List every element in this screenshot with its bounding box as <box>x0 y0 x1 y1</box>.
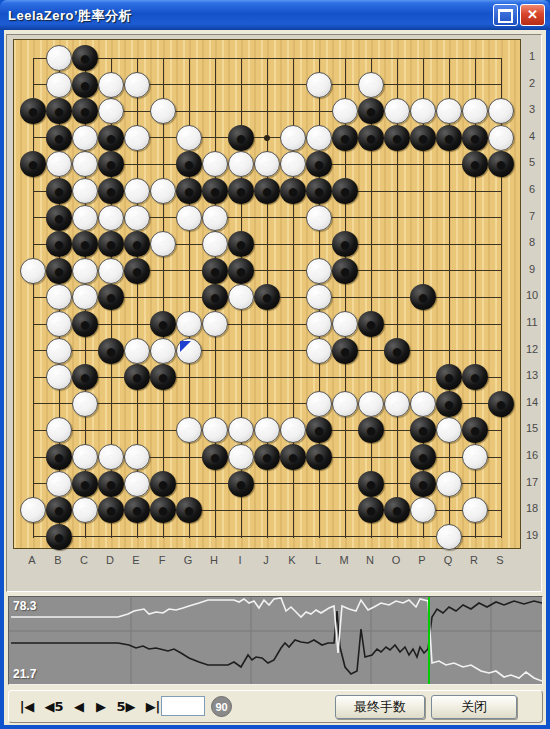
white-stone-H15: ○ <box>202 417 228 443</box>
final-moves-button[interactable]: 最终手数 <box>335 695 425 719</box>
white-stone-L14: ○ <box>306 391 332 417</box>
black-stone-R15: ● <box>462 417 488 443</box>
black-stone-L16: ● <box>306 444 332 470</box>
close-button[interactable]: ✕ <box>520 4 545 26</box>
col-label-A: A <box>22 554 42 566</box>
white-stone-P14: ○ <box>410 391 436 417</box>
white-stone-D7: ○ <box>98 205 124 231</box>
white-stone-B17: ○ <box>46 471 72 497</box>
grid-vline <box>163 58 164 538</box>
row-label-17: 17 <box>524 476 540 488</box>
black-stone-P10: ● <box>410 284 436 310</box>
black-stone-Q14: ● <box>436 391 462 417</box>
white-stone-N2: ○ <box>358 72 384 98</box>
white-stone-C14: ○ <box>72 391 98 417</box>
maximize-button[interactable] <box>493 4 518 26</box>
col-label-S: S <box>490 554 510 566</box>
black-stone-A3: ● <box>20 98 46 124</box>
white-stone-L7: ○ <box>306 205 332 231</box>
white-stone-L11: ○ <box>306 311 332 337</box>
white-stone-L12: ○ <box>306 338 332 364</box>
winrate-graph[interactable]: 78.3 21.7 <box>8 596 543 685</box>
black-stone-L5: ● <box>306 151 332 177</box>
move-number-input[interactable] <box>161 696 205 716</box>
black-stone-D5: ● <box>98 151 124 177</box>
row-label-15: 15 <box>524 422 540 434</box>
white-stone-R3: ○ <box>462 98 488 124</box>
nav-last-button[interactable]: ▶| <box>143 696 163 717</box>
col-label-F: F <box>152 554 172 566</box>
black-stone-F11: ● <box>150 311 176 337</box>
row-label-7: 7 <box>524 210 540 222</box>
white-stone-I10: ○ <box>228 284 254 310</box>
black-stone-D12: ● <box>98 338 124 364</box>
white-stone-E17: ○ <box>124 471 150 497</box>
black-stone-I8: ● <box>228 231 254 257</box>
black-stone-B3: ● <box>46 98 72 124</box>
black-stone-I17: ● <box>228 471 254 497</box>
move-count-badge: 90 <box>211 696 232 717</box>
black-stone-D18: ● <box>98 497 124 523</box>
black-stone-K16: ● <box>280 444 306 470</box>
white-stone-P3: ○ <box>410 98 436 124</box>
white-stone-I5: ○ <box>228 151 254 177</box>
col-label-G: G <box>178 554 198 566</box>
go-board[interactable]: ○●○●○○○○●●●○○○●○○○○○●○●○○●○○●●●●●●○●○○●●… <box>13 39 521 549</box>
star-point <box>264 135 270 141</box>
white-stone-M3: ○ <box>332 98 358 124</box>
black-stone-M12: ● <box>332 338 358 364</box>
white-stone-B1: ○ <box>46 45 72 71</box>
black-stone-C17: ● <box>72 471 98 497</box>
white-stone-H5: ○ <box>202 151 228 177</box>
black-stone-K6: ● <box>280 178 306 204</box>
white-stone-M14: ○ <box>332 391 358 417</box>
black-stone-N3: ● <box>358 98 384 124</box>
white-stone-B11: ○ <box>46 311 72 337</box>
white-stone-R18: ○ <box>462 497 488 523</box>
white-stone-C5: ○ <box>72 151 98 177</box>
black-stone-M6: ● <box>332 178 358 204</box>
white-stone-E6: ○ <box>124 178 150 204</box>
dialog-content: ○●○●○○○○●●●○○○●○○○○○●○●○○●○○●●●●●●○●○○●●… <box>4 30 546 725</box>
white-stone-S3: ○ <box>488 98 514 124</box>
black-stone-G5: ● <box>176 151 202 177</box>
col-label-D: D <box>100 554 120 566</box>
white-stone-E4: ○ <box>124 125 150 151</box>
black-stone-H6: ● <box>202 178 228 204</box>
grid-hline <box>33 377 502 378</box>
black-stone-J6: ● <box>254 178 280 204</box>
black-stone-B9: ● <box>46 258 72 284</box>
white-stone-L9: ○ <box>306 258 332 284</box>
white-stone-F6: ○ <box>150 178 176 204</box>
white-stone-O14: ○ <box>384 391 410 417</box>
col-label-K: K <box>282 554 302 566</box>
black-stone-B19: ● <box>46 524 72 550</box>
col-label-P: P <box>412 554 432 566</box>
white-stone-J15: ○ <box>254 417 280 443</box>
white-stone-B5: ○ <box>46 151 72 177</box>
black-stone-G18: ● <box>176 497 202 523</box>
white-stone-B13: ○ <box>46 364 72 390</box>
close-dialog-button[interactable]: 关闭 <box>431 695 517 719</box>
row-label-1: 1 <box>524 50 540 62</box>
black-stone-B4: ● <box>46 125 72 151</box>
white-stone-F12: ○ <box>150 338 176 364</box>
row-label-8: 8 <box>524 236 540 248</box>
nav-back1-button[interactable]: ◀ <box>71 696 87 717</box>
white-stone-E2: ○ <box>124 72 150 98</box>
winrate-graph-canvas[interactable] <box>9 597 542 684</box>
grid-hline <box>33 58 502 59</box>
white-stone-C9: ○ <box>72 258 98 284</box>
black-stone-O18: ● <box>384 497 410 523</box>
black-stone-R4: ● <box>462 125 488 151</box>
row-label-10: 10 <box>524 289 540 301</box>
black-stone-H16: ● <box>202 444 228 470</box>
white-stone-H8: ○ <box>202 231 228 257</box>
black-stone-E9: ● <box>124 258 150 284</box>
black-stone-I9: ● <box>228 258 254 284</box>
col-label-I: I <box>230 554 250 566</box>
white-stone-Q3: ○ <box>436 98 462 124</box>
black-stone-D8: ● <box>98 231 124 257</box>
black-stone-M9: ● <box>332 258 358 284</box>
white-stone-G15: ○ <box>176 417 202 443</box>
white-stone-J5: ○ <box>254 151 280 177</box>
row-label-18: 18 <box>524 502 540 514</box>
black-stone-P15: ● <box>410 417 436 443</box>
row-label-5: 5 <box>524 156 540 168</box>
white-winrate-line <box>11 598 542 681</box>
white-stone-Q15: ○ <box>436 417 462 443</box>
white-stone-D3: ○ <box>98 98 124 124</box>
white-stone-C4: ○ <box>72 125 98 151</box>
white-stone-C16: ○ <box>72 444 98 470</box>
white-stone-K5: ○ <box>280 151 306 177</box>
board-panel: ○●○●○○○○●●●○○○●○○○○○●○●○○●○○●●●●●●○●○○●●… <box>6 34 542 592</box>
black-stone-H10: ● <box>202 284 228 310</box>
black-stone-D6: ● <box>98 178 124 204</box>
black-stone-R5: ● <box>462 151 488 177</box>
col-label-N: N <box>360 554 380 566</box>
white-stone-H11: ○ <box>202 311 228 337</box>
col-label-E: E <box>126 554 146 566</box>
col-label-L: L <box>308 554 328 566</box>
black-stone-O4: ● <box>384 125 410 151</box>
row-label-9: 9 <box>524 263 540 275</box>
black-stone-S14: ● <box>488 391 514 417</box>
close-dialog-label: 关闭 <box>461 696 487 718</box>
black-stone-A5: ● <box>20 151 46 177</box>
white-stone-Q19: ○ <box>436 524 462 550</box>
last-move-marker <box>180 341 191 352</box>
row-label-19: 19 <box>524 529 540 541</box>
navigation-bar: 90 最终手数 关闭 |◀◀5◀▶5▶▶| <box>8 690 543 723</box>
white-stone-E7: ○ <box>124 205 150 231</box>
black-stone-P16: ● <box>410 444 436 470</box>
black-stone-D4: ● <box>98 125 124 151</box>
black-stone-C2: ● <box>72 72 98 98</box>
black-stone-S5: ● <box>488 151 514 177</box>
white-stone-R16: ○ <box>462 444 488 470</box>
white-stone-N14: ○ <box>358 391 384 417</box>
col-label-O: O <box>386 554 406 566</box>
black-stone-B6: ● <box>46 178 72 204</box>
white-stone-A9: ○ <box>20 258 46 284</box>
black-stone-C11: ● <box>72 311 98 337</box>
black-stone-B18: ● <box>46 497 72 523</box>
row-label-13: 13 <box>524 369 540 381</box>
white-stone-L10: ○ <box>306 284 332 310</box>
black-stone-H9: ● <box>202 258 228 284</box>
row-label-3: 3 <box>524 103 540 115</box>
col-label-R: R <box>464 554 484 566</box>
col-label-C: C <box>74 554 94 566</box>
black-stone-C13: ● <box>72 364 98 390</box>
white-stone-M11: ○ <box>332 311 358 337</box>
row-label-11: 11 <box>524 316 540 328</box>
black-stone-C8: ● <box>72 231 98 257</box>
black-stone-E18: ● <box>124 497 150 523</box>
col-label-M: M <box>334 554 354 566</box>
black-stone-N4: ● <box>358 125 384 151</box>
black-stone-C1: ● <box>72 45 98 71</box>
row-label-14: 14 <box>524 396 540 408</box>
white-stone-F8: ○ <box>150 231 176 257</box>
white-stone-C6: ○ <box>72 178 98 204</box>
col-label-B: B <box>48 554 68 566</box>
row-label-2: 2 <box>524 77 540 89</box>
white-stone-C10: ○ <box>72 284 98 310</box>
analysis-window: LeelaZero’胜率分析 ✕ ○●○●○○○○●●●○○○●○○○○○●○●… <box>0 0 550 729</box>
white-stone-F3: ○ <box>150 98 176 124</box>
white-stone-H7: ○ <box>202 205 228 231</box>
black-stone-I4: ● <box>228 125 254 151</box>
black-stone-C3: ● <box>72 98 98 124</box>
maximize-icon <box>498 9 513 23</box>
black-stone-B7: ● <box>46 205 72 231</box>
final-moves-label: 最终手数 <box>354 696 406 718</box>
white-stone-P18: ○ <box>410 497 436 523</box>
black-stone-M8: ● <box>332 231 358 257</box>
black-stone-J10: ● <box>254 284 280 310</box>
white-stone-Q17: ○ <box>436 471 462 497</box>
white-stone-C7: ○ <box>72 205 98 231</box>
black-stone-N15: ● <box>358 417 384 443</box>
white-stone-K4: ○ <box>280 125 306 151</box>
black-stone-F13: ● <box>150 364 176 390</box>
black-stone-M4: ● <box>332 125 358 151</box>
white-stone-D9: ○ <box>98 258 124 284</box>
white-stone-C18: ○ <box>72 497 98 523</box>
black-stone-J16: ● <box>254 444 280 470</box>
white-stone-B10: ○ <box>46 284 72 310</box>
white-stone-O3: ○ <box>384 98 410 124</box>
row-label-16: 16 <box>524 449 540 461</box>
white-stone-I15: ○ <box>228 417 254 443</box>
black-stone-Q13: ● <box>436 364 462 390</box>
window-title: LeelaZero’胜率分析 <box>8 7 132 25</box>
white-stone-G4: ○ <box>176 125 202 151</box>
black-stone-L15: ● <box>306 417 332 443</box>
black-stone-I6: ● <box>228 178 254 204</box>
white-stone-B12: ○ <box>46 338 72 364</box>
close-icon: ✕ <box>527 7 538 22</box>
white-stone-E12: ○ <box>124 338 150 364</box>
grid-hline <box>33 324 502 325</box>
white-stone-I16: ○ <box>228 444 254 470</box>
black-stone-N11: ● <box>358 311 384 337</box>
black-stone-N17: ● <box>358 471 384 497</box>
black-stone-B8: ● <box>46 231 72 257</box>
white-stone-G11: ○ <box>176 311 202 337</box>
white-stone-E16: ○ <box>124 444 150 470</box>
black-stone-E13: ● <box>124 364 150 390</box>
white-stone-K15: ○ <box>280 417 306 443</box>
white-stone-D16: ○ <box>98 444 124 470</box>
black-stone-D10: ● <box>98 284 124 310</box>
title-bar: LeelaZero’胜率分析 ✕ <box>0 0 550 30</box>
nav-fwd5-button[interactable]: 5▶ <box>113 696 139 717</box>
black-stone-B16: ● <box>46 444 72 470</box>
white-stone-B2: ○ <box>46 72 72 98</box>
row-label-4: 4 <box>524 130 540 142</box>
black-stone-N18: ● <box>358 497 384 523</box>
black-stone-P17: ● <box>410 471 436 497</box>
white-stone-L2: ○ <box>306 72 332 98</box>
black-stone-O12: ● <box>384 338 410 364</box>
black-stone-L6: ● <box>306 178 332 204</box>
col-label-J: J <box>256 554 276 566</box>
white-stone-A18: ○ <box>20 497 46 523</box>
row-label-6: 6 <box>524 183 540 195</box>
black-winrate-line <box>11 601 542 674</box>
black-stone-E8: ● <box>124 231 150 257</box>
nav-fwd1-button[interactable]: ▶ <box>93 696 109 717</box>
black-stone-Q4: ● <box>436 125 462 151</box>
black-stone-F18: ● <box>150 497 176 523</box>
row-label-12: 12 <box>524 343 540 355</box>
white-stone-B15: ○ <box>46 417 72 443</box>
black-stone-G6: ● <box>176 178 202 204</box>
grid-vline <box>33 58 34 538</box>
black-stone-R13: ● <box>462 364 488 390</box>
white-stone-G7: ○ <box>176 205 202 231</box>
nav-back5-button[interactable]: ◀5 <box>41 696 67 717</box>
col-label-Q: Q <box>438 554 458 566</box>
col-label-H: H <box>204 554 224 566</box>
black-stone-F17: ● <box>150 471 176 497</box>
black-stone-D17: ● <box>98 471 124 497</box>
nav-first-button[interactable]: |◀ <box>17 696 37 717</box>
white-stone-S4: ○ <box>488 125 514 151</box>
grid-hline <box>33 536 502 537</box>
white-stone-L4: ○ <box>306 125 332 151</box>
white-stone-D2: ○ <box>98 72 124 98</box>
black-stone-P4: ● <box>410 125 436 151</box>
